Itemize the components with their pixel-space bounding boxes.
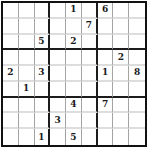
given-digit: 2 <box>70 37 76 46</box>
cell-r9c6[interactable] <box>82 129 98 145</box>
cell-r4c4[interactable] <box>50 50 66 66</box>
cell-r7c3[interactable] <box>35 98 51 114</box>
cell-r2c7[interactable] <box>98 19 114 35</box>
cell-r6c7[interactable] <box>98 82 114 98</box>
cell-r4c1[interactable] <box>3 50 19 66</box>
cell-r6c1[interactable] <box>3 82 19 98</box>
cell-r1c5[interactable]: 1 <box>66 3 82 19</box>
cell-r1c3[interactable] <box>35 3 51 19</box>
given-digit: 2 <box>118 53 124 62</box>
cell-r7c2[interactable] <box>19 98 35 114</box>
cell-r4c6[interactable] <box>82 50 98 66</box>
given-digit: 6 <box>102 5 108 14</box>
cell-r8c8[interactable] <box>113 113 129 129</box>
given-digit: 3 <box>38 68 44 77</box>
cell-r6c8[interactable] <box>113 82 129 98</box>
cell-r5c1[interactable]: 2 <box>3 66 19 82</box>
given-digit: 5 <box>70 133 76 142</box>
cell-r2c3[interactable] <box>35 19 51 35</box>
given-digit: 4 <box>70 100 76 109</box>
cell-r3c4[interactable] <box>50 35 66 51</box>
cell-r2c9[interactable] <box>129 19 145 35</box>
given-digit: 1 <box>23 84 29 93</box>
cell-r3c7[interactable] <box>98 35 114 51</box>
cell-r9c9[interactable] <box>129 129 145 145</box>
cell-r4c5[interactable] <box>66 50 82 66</box>
sudoku-board: 1675222318147315 <box>1 1 147 147</box>
cell-r7c6[interactable] <box>82 98 98 114</box>
cell-r9c5[interactable]: 5 <box>66 129 82 145</box>
cell-r9c8[interactable] <box>113 129 129 145</box>
cell-r7c8[interactable] <box>113 98 129 114</box>
cell-r6c6[interactable] <box>82 82 98 98</box>
cell-r9c2[interactable] <box>19 129 35 145</box>
cell-r3c5[interactable]: 2 <box>66 35 82 51</box>
cell-r9c1[interactable] <box>3 129 19 145</box>
cell-r3c1[interactable] <box>3 35 19 51</box>
cell-r8c2[interactable] <box>19 113 35 129</box>
cell-r1c1[interactable] <box>3 3 19 19</box>
cell-r7c5[interactable]: 4 <box>66 98 82 114</box>
cell-r1c2[interactable] <box>19 3 35 19</box>
given-digit: 8 <box>134 68 140 77</box>
cell-r9c7[interactable] <box>98 129 114 145</box>
given-digit: 7 <box>86 21 92 30</box>
cell-r6c9[interactable] <box>129 82 145 98</box>
cell-r1c6[interactable] <box>82 3 98 19</box>
cell-r6c2[interactable]: 1 <box>19 82 35 98</box>
cell-r5c6[interactable] <box>82 66 98 82</box>
cell-r7c1[interactable] <box>3 98 19 114</box>
cell-r2c1[interactable] <box>3 19 19 35</box>
cell-r4c8[interactable]: 2 <box>113 50 129 66</box>
cell-r8c1[interactable] <box>3 113 19 129</box>
given-digit: 1 <box>102 68 108 77</box>
cell-r5c9[interactable]: 8 <box>129 66 145 82</box>
cell-r2c5[interactable] <box>66 19 82 35</box>
cell-r4c7[interactable] <box>98 50 114 66</box>
cell-r1c4[interactable] <box>50 3 66 19</box>
cell-r8c7[interactable] <box>98 113 114 129</box>
cell-r6c3[interactable] <box>35 82 51 98</box>
cell-r5c3[interactable]: 3 <box>35 66 51 82</box>
cell-r3c6[interactable] <box>82 35 98 51</box>
cell-r2c6[interactable]: 7 <box>82 19 98 35</box>
cell-r1c7[interactable]: 6 <box>98 3 114 19</box>
given-digit: 1 <box>38 133 44 142</box>
cell-r4c2[interactable] <box>19 50 35 66</box>
cell-r5c4[interactable] <box>50 66 66 82</box>
cell-r8c4[interactable]: 3 <box>50 113 66 129</box>
cell-r1c9[interactable] <box>129 3 145 19</box>
cell-r6c4[interactable] <box>50 82 66 98</box>
cell-r3c9[interactable] <box>129 35 145 51</box>
cell-r8c3[interactable] <box>35 113 51 129</box>
cell-r7c9[interactable] <box>129 98 145 114</box>
cell-r8c5[interactable] <box>66 113 82 129</box>
cell-r5c5[interactable] <box>66 66 82 82</box>
given-digit: 2 <box>7 68 13 77</box>
cell-r6c5[interactable] <box>66 82 82 98</box>
cell-r5c2[interactable] <box>19 66 35 82</box>
given-digit: 1 <box>70 5 76 14</box>
cell-r1c8[interactable] <box>113 3 129 19</box>
given-digit: 3 <box>55 116 61 125</box>
cell-r3c2[interactable] <box>19 35 35 51</box>
cell-r3c3[interactable]: 5 <box>35 35 51 51</box>
cell-r2c8[interactable] <box>113 19 129 35</box>
cell-r9c4[interactable] <box>50 129 66 145</box>
cell-r8c6[interactable] <box>82 113 98 129</box>
cell-r8c9[interactable] <box>129 113 145 129</box>
cell-r7c7[interactable]: 7 <box>98 98 114 114</box>
given-digit: 7 <box>102 100 108 109</box>
cell-r9c3[interactable]: 1 <box>35 129 51 145</box>
cell-r4c9[interactable] <box>129 50 145 66</box>
cell-r4c3[interactable] <box>35 50 51 66</box>
cell-r2c4[interactable] <box>50 19 66 35</box>
cell-r3c8[interactable] <box>113 35 129 51</box>
cell-r2c2[interactable] <box>19 19 35 35</box>
given-digit: 5 <box>38 37 44 46</box>
cell-r7c4[interactable] <box>50 98 66 114</box>
cell-r5c7[interactable]: 1 <box>98 66 114 82</box>
cell-r5c8[interactable] <box>113 66 129 82</box>
